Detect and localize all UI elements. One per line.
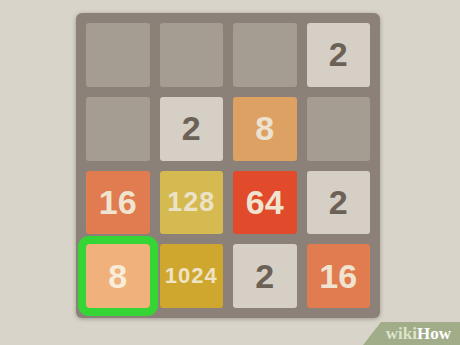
wikihow-wiki-text: wiki	[386, 322, 417, 345]
tile-8-highlighted: 8	[86, 244, 150, 308]
empty-cell	[233, 23, 297, 87]
empty-cell	[307, 97, 371, 161]
empty-cell	[86, 23, 150, 87]
tile-1024: 1024	[160, 244, 224, 308]
tile-2: 2	[307, 23, 371, 87]
tile-128: 128	[160, 171, 224, 235]
empty-cell	[86, 97, 150, 161]
tile-16: 16	[307, 244, 371, 308]
tile-64: 64	[233, 171, 297, 235]
tile-2: 2	[233, 244, 297, 308]
wikihow-how-text: How	[417, 322, 451, 345]
tile-2: 2	[160, 97, 224, 161]
tile-16: 16	[86, 171, 150, 235]
tile-8: 8	[233, 97, 297, 161]
2048-board[interactable]: 2 2 8 16 128 64 2 8 1024 2 16	[76, 13, 380, 318]
wikihow-watermark: wikiHow	[363, 322, 460, 345]
tile-2: 2	[307, 171, 371, 235]
empty-cell	[160, 23, 224, 87]
